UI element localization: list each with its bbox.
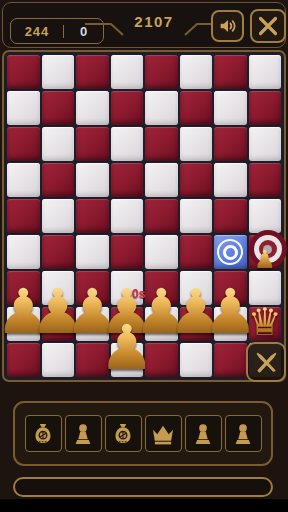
board-square[interactable] — [7, 163, 40, 197]
board-square[interactable] — [7, 271, 40, 305]
bullseye-icon — [249, 230, 287, 268]
board-square[interactable] — [42, 343, 75, 377]
board-square[interactable] — [249, 127, 282, 161]
top-bar: 244 0 2107 — [2, 2, 286, 48]
tray-slot-pawn[interactable] — [225, 415, 262, 452]
board-square[interactable] — [76, 199, 109, 233]
mystery-bag-icon — [29, 420, 57, 448]
board-square[interactable] — [180, 91, 213, 125]
board-square[interactable]: ♟ — [180, 307, 213, 341]
board-square[interactable] — [7, 55, 40, 89]
board-square[interactable] — [76, 91, 109, 125]
board-square[interactable] — [111, 91, 144, 125]
pawn-icon — [229, 420, 257, 448]
board-square[interactable] — [214, 271, 247, 305]
board-square[interactable] — [111, 55, 144, 89]
board-square[interactable] — [76, 235, 109, 269]
board-square[interactable] — [249, 163, 282, 197]
board-square[interactable]: ♟ — [111, 343, 144, 377]
pawn-icon — [189, 420, 217, 448]
board-square[interactable] — [42, 91, 75, 125]
board-square[interactable] — [145, 163, 178, 197]
board-square[interactable] — [249, 55, 282, 89]
tray-slot-pawn[interactable] — [185, 415, 222, 452]
board-square[interactable] — [180, 199, 213, 233]
board-frame: ♟♟♟♟♟♟♟♟♛♟ — [2, 50, 286, 382]
close-button[interactable] — [250, 9, 286, 43]
board-square[interactable] — [42, 55, 75, 89]
crossed-swords-icon — [253, 349, 280, 376]
mystery-bag-icon — [109, 420, 137, 448]
close-icon — [256, 14, 280, 38]
board-square[interactable] — [180, 235, 213, 269]
tray-slot-mystery-bag[interactable] — [105, 415, 142, 452]
board-square[interactable] — [145, 271, 178, 305]
board-square[interactable] — [145, 91, 178, 125]
board-square[interactable] — [214, 91, 247, 125]
board-square[interactable] — [7, 199, 40, 233]
board-square[interactable] — [249, 91, 282, 125]
board-square[interactable] — [42, 199, 75, 233]
bottom-strip — [0, 499, 288, 512]
board-square[interactable] — [214, 343, 247, 377]
board-square[interactable] — [76, 343, 109, 377]
progress-bar — [13, 477, 273, 497]
board-square[interactable] — [42, 127, 75, 161]
piece-tray — [13, 401, 273, 466]
score-value: 2107 — [99, 13, 209, 30]
board-square[interactable]: ♟ — [249, 235, 282, 269]
board-square[interactable] — [145, 343, 178, 377]
board-square[interactable]: ♟ — [76, 307, 109, 341]
board-square[interactable]: ♟ — [7, 307, 40, 341]
counter-main-value: 244 — [11, 24, 63, 39]
board-square[interactable] — [76, 55, 109, 89]
board-square[interactable] — [7, 235, 40, 269]
board-square[interactable] — [214, 55, 247, 89]
chess-board: ♟♟♟♟♟♟♟♟♛♟ — [7, 55, 281, 377]
board-square[interactable] — [111, 199, 144, 233]
board-square[interactable] — [145, 199, 178, 233]
queen-piece: ♛ — [248, 303, 282, 341]
tray-slot-queen-crown[interactable] — [145, 415, 182, 452]
board-square[interactable] — [42, 235, 75, 269]
board-square[interactable] — [76, 127, 109, 161]
board-square[interactable] — [145, 127, 178, 161]
board-square[interactable]: ♟ — [42, 307, 75, 341]
game-screen: 244 0 2107 ♟♟♟♟♟♟♟♟♛♟ 0s — [0, 0, 288, 512]
board-square[interactable] — [180, 271, 213, 305]
battle-button[interactable] — [246, 342, 286, 382]
sound-button[interactable] — [211, 10, 244, 42]
board-square[interactable] — [7, 343, 40, 377]
tray-slot-pawn[interactable] — [65, 415, 102, 452]
score-banner: 2107 — [99, 9, 209, 41]
board-square[interactable] — [145, 235, 178, 269]
pawn-icon — [69, 420, 97, 448]
board-square[interactable] — [76, 163, 109, 197]
board-square[interactable] — [214, 163, 247, 197]
board-square[interactable] — [42, 163, 75, 197]
board-square[interactable] — [180, 163, 213, 197]
move-target-center — [223, 245, 238, 260]
board-square[interactable] — [214, 235, 247, 269]
board-square[interactable]: ♟ — [111, 307, 144, 341]
board-square[interactable] — [249, 199, 282, 233]
timer-label: 0s — [132, 287, 145, 301]
tray-slot-mystery-bag[interactable] — [25, 415, 62, 452]
board-square[interactable] — [180, 343, 213, 377]
board-square[interactable] — [249, 271, 282, 305]
move-target-icon — [217, 239, 243, 265]
board-square[interactable]: ♟ — [214, 307, 247, 341]
board-square[interactable] — [111, 235, 144, 269]
board-square[interactable]: ♛ — [249, 307, 282, 341]
board-square[interactable] — [7, 91, 40, 125]
board-square[interactable] — [214, 199, 247, 233]
board-square[interactable] — [145, 55, 178, 89]
queen-crown-icon — [149, 420, 177, 448]
board-square[interactable] — [76, 271, 109, 305]
board-square[interactable]: ♟ — [145, 307, 178, 341]
board-square[interactable] — [111, 163, 144, 197]
board-square[interactable] — [180, 55, 213, 89]
board-square[interactable] — [42, 271, 75, 305]
speaker-icon — [217, 15, 239, 37]
board-square[interactable] — [180, 127, 213, 161]
board-square[interactable] — [214, 127, 247, 161]
board-square[interactable] — [111, 127, 144, 161]
board-square[interactable] — [7, 127, 40, 161]
